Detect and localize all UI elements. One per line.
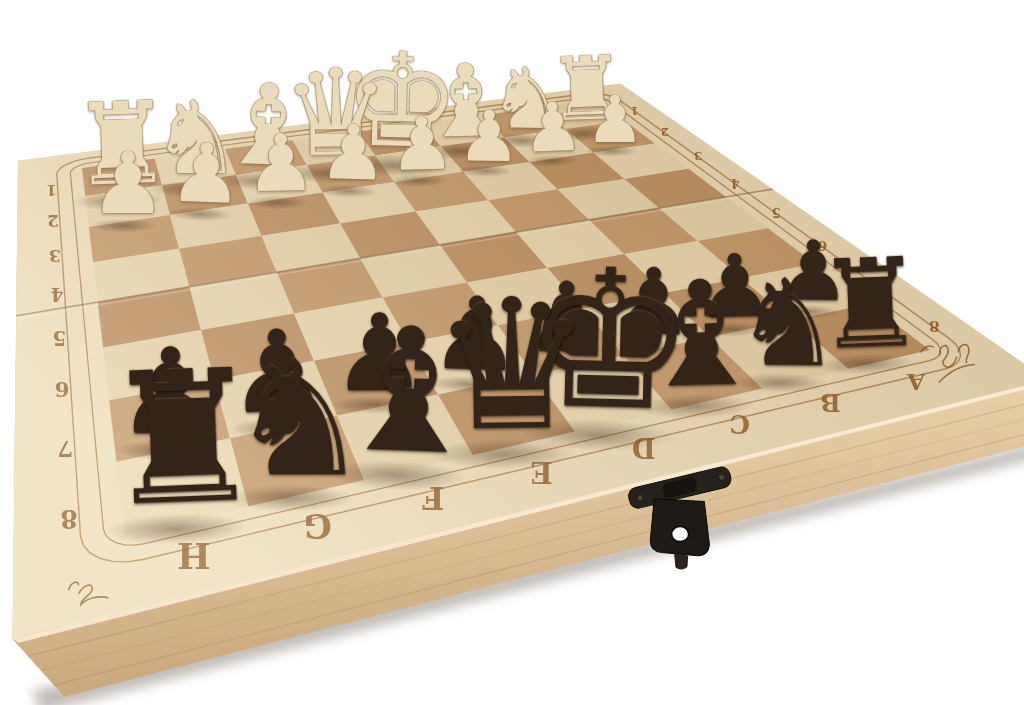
piece-white-pawn[interactable]: ♟ bbox=[522, 93, 585, 163]
rank-label-left-2: 2 bbox=[47, 211, 58, 230]
rank-label-left-7: 7 bbox=[57, 436, 73, 463]
chess-set-photo: HGFEDCBA1234567812345678 ♜♞♝♚♛♝♞♜♟♟♟♟♟♟♟… bbox=[0, 0, 1024, 705]
rank-label-right-8: 8 bbox=[929, 317, 940, 335]
piece-black-rook[interactable]: ♜ bbox=[98, 345, 267, 533]
piece-white-pawn[interactable]: ♟ bbox=[90, 141, 167, 226]
rank-label-left-6: 6 bbox=[55, 377, 70, 402]
rank-label-left-5: 5 bbox=[52, 326, 66, 350]
rank-label-left-4: 4 bbox=[50, 284, 63, 305]
piece-white-pawn[interactable]: ♟ bbox=[389, 108, 456, 182]
rank-label-left-3: 3 bbox=[49, 246, 61, 266]
rank-label-left-8: 8 bbox=[60, 504, 77, 534]
rank-label-right-3: 3 bbox=[694, 149, 702, 163]
rank-label-left-1: 1 bbox=[46, 181, 57, 200]
piece-white-pawn[interactable]: ♟ bbox=[457, 101, 521, 172]
piece-white-pawn[interactable]: ♟ bbox=[245, 124, 317, 204]
piece-white-pawn[interactable]: ♟ bbox=[318, 115, 388, 192]
clasp-hasp bbox=[649, 497, 710, 570]
rank-label-right-2: 2 bbox=[661, 125, 669, 139]
rank-label-right-4: 4 bbox=[730, 176, 739, 191]
rank-label-right-5: 5 bbox=[772, 205, 781, 220]
piece-white-pawn[interactable]: ♟ bbox=[586, 87, 644, 152]
piece-white-pawn[interactable]: ♟ bbox=[168, 131, 244, 216]
